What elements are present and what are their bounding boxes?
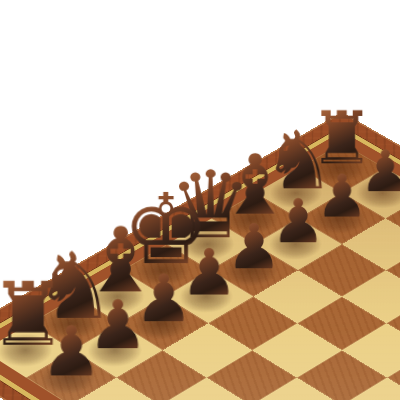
board-inlay-line: ♜♟♞♟♝♟♛♟♚♟♝♟♞♟♜♟ [0,127,400,400]
board-grid: ♜♟♞♟♝♟♛♟♚♟♝♟♞♟♜♟ [0,143,400,400]
chess-board: ♜♟♞♟♝♟♛♟♚♟♝♟♞♟♜♟ [0,112,400,400]
board-margin: ♜♟♞♟♝♟♛♟♚♟♝♟♞♟♜♟ [0,132,400,400]
copper-pawn-h2: ♟ [0,317,149,386]
product-photo-stage: ♜♟♞♟♝♟♛♟♚♟♝♟♞♟♜♟ [0,0,400,400]
